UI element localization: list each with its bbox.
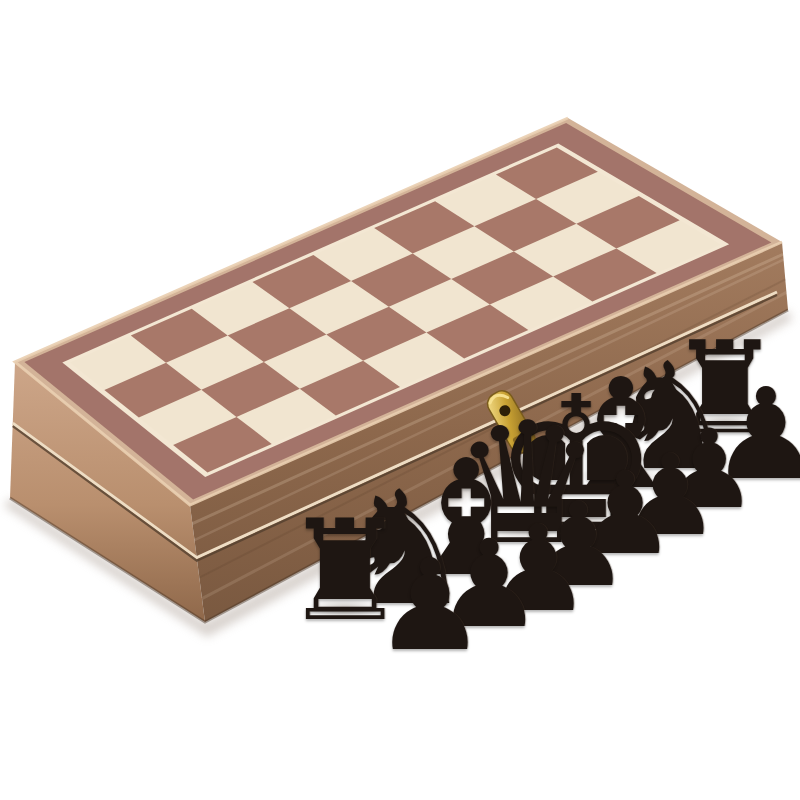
- chess-box-product-photo: ♜♞♟♝♟♚♟♛♟♝♟♞♟♜♟♟: [0, 0, 800, 800]
- chess-piece-pawn[interactable]: ♟: [374, 543, 487, 669]
- pieces-layer: ♜♞♟♝♟♚♟♛♟♝♟♞♟♜♟♟: [0, 0, 800, 800]
